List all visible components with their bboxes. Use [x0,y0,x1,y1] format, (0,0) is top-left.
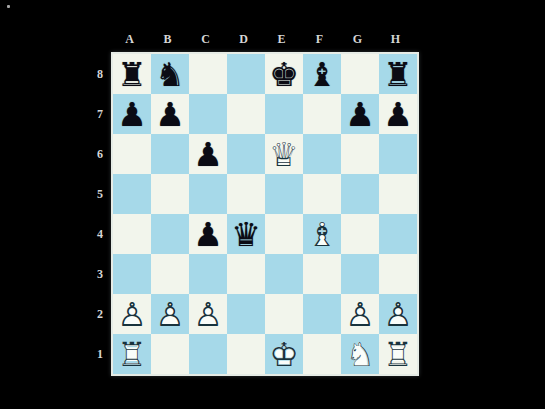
square-c7[interactable] [189,94,227,134]
square-f4[interactable]: ♝♗ [303,214,341,254]
square-d3[interactable] [227,254,265,294]
square-g8[interactable] [341,54,379,94]
square-f5[interactable] [303,174,341,214]
piece-white-pawn-g2[interactable]: ♟♙ [341,294,379,334]
file-label-g: G [339,31,377,47]
square-b3[interactable] [151,254,189,294]
black-piece-glyph: ♟ [113,94,151,134]
square-h3[interactable] [379,254,417,294]
piece-black-bishop-f8[interactable]: ♝ [303,54,341,94]
piece-white-pawn-a2[interactable]: ♟♙ [113,294,151,334]
white-piece-outline-glyph: ♕ [265,134,303,174]
square-e2[interactable] [265,294,303,334]
square-e1[interactable]: ♚♔ [265,334,303,374]
square-d2[interactable] [227,294,265,334]
square-g3[interactable] [341,254,379,294]
black-piece-glyph: ♜ [379,54,417,94]
square-d6[interactable] [227,134,265,174]
rank-labels: 87654321 [84,54,106,374]
file-label-b: B [149,31,187,47]
square-e7[interactable] [265,94,303,134]
black-piece-glyph: ♟ [151,94,189,134]
square-g5[interactable] [341,174,379,214]
piece-black-queen-d4[interactable]: ♛ [227,214,265,254]
square-a7[interactable]: ♟ [113,94,151,134]
white-piece-outline-glyph: ♙ [341,294,379,334]
rank-label-6: 6 [84,134,106,174]
file-label-h: H [377,31,415,47]
square-g1[interactable]: ♞♘ [341,334,379,374]
video-artifact-dot [7,5,10,8]
piece-white-pawn-c2[interactable]: ♟♙ [189,294,227,334]
rank-label-5: 5 [84,174,106,214]
piece-white-queen-e6[interactable]: ♛♕ [265,134,303,174]
square-b5[interactable] [151,174,189,214]
rank-label-4: 4 [84,214,106,254]
square-h6[interactable] [379,134,417,174]
square-b7[interactable]: ♟ [151,94,189,134]
square-d5[interactable] [227,174,265,214]
rank-label-3: 3 [84,254,106,294]
square-a3[interactable] [113,254,151,294]
square-b4[interactable] [151,214,189,254]
white-piece-outline-glyph: ♙ [113,294,151,334]
square-f8[interactable]: ♝ [303,54,341,94]
square-e4[interactable] [265,214,303,254]
piece-white-pawn-h2[interactable]: ♟♙ [379,294,417,334]
piece-black-pawn-c6[interactable]: ♟ [189,134,227,174]
white-piece-outline-glyph: ♔ [265,334,303,374]
piece-white-knight-g1[interactable]: ♞♘ [341,334,379,374]
square-c3[interactable] [189,254,227,294]
file-label-f: F [301,31,339,47]
square-e3[interactable] [265,254,303,294]
file-labels: ABCDEFGH [111,31,415,47]
square-f7[interactable] [303,94,341,134]
piece-white-bishop-f4[interactable]: ♝♗ [303,214,341,254]
piece-white-pawn-b2[interactable]: ♟♙ [151,294,189,334]
black-piece-glyph: ♟ [189,134,227,174]
black-piece-glyph: ♞ [151,54,189,94]
piece-black-pawn-g7[interactable]: ♟ [341,94,379,134]
square-h8[interactable]: ♜ [379,54,417,94]
square-e8[interactable]: ♚ [265,54,303,94]
square-e5[interactable] [265,174,303,214]
white-piece-outline-glyph: ♙ [379,294,417,334]
square-c6[interactable]: ♟ [189,134,227,174]
square-h7[interactable]: ♟ [379,94,417,134]
square-b2[interactable]: ♟♙ [151,294,189,334]
piece-black-pawn-h7[interactable]: ♟ [379,94,417,134]
piece-black-king-e8[interactable]: ♚ [265,54,303,94]
square-d1[interactable] [227,334,265,374]
video-frame: ABCDEFGH 87654321 ♜♞♚♝♜♟♟♟♟♟♛♕♟♛♝♗♟♙♟♙♟♙… [0,0,545,409]
square-g2[interactable]: ♟♙ [341,294,379,334]
square-a5[interactable] [113,174,151,214]
black-piece-glyph: ♟ [189,214,227,254]
square-h4[interactable] [379,214,417,254]
square-a8[interactable]: ♜ [113,54,151,94]
white-piece-outline-glyph: ♖ [379,334,417,374]
file-label-e: E [263,31,301,47]
piece-black-pawn-c4[interactable]: ♟ [189,214,227,254]
chess-board: ♜♞♚♝♜♟♟♟♟♟♛♕♟♛♝♗♟♙♟♙♟♙♟♙♟♙♜♖♚♔♞♘♜♖ [111,52,419,376]
square-d7[interactable] [227,94,265,134]
piece-black-rook-a8[interactable]: ♜ [113,54,151,94]
square-d4[interactable]: ♛ [227,214,265,254]
square-a2[interactable]: ♟♙ [113,294,151,334]
white-piece-outline-glyph: ♙ [189,294,227,334]
square-f3[interactable] [303,254,341,294]
square-h2[interactable]: ♟♙ [379,294,417,334]
square-c4[interactable]: ♟ [189,214,227,254]
rank-label-1: 1 [84,334,106,374]
black-piece-glyph: ♛ [227,214,265,254]
square-b8[interactable]: ♞ [151,54,189,94]
square-a1[interactable]: ♜♖ [113,334,151,374]
square-c2[interactable]: ♟♙ [189,294,227,334]
black-piece-glyph: ♟ [341,94,379,134]
black-piece-glyph: ♚ [265,54,303,94]
white-piece-outline-glyph: ♗ [303,214,341,254]
square-b1[interactable] [151,334,189,374]
square-c8[interactable] [189,54,227,94]
piece-black-rook-h8[interactable]: ♜ [379,54,417,94]
piece-white-king-e1[interactable]: ♚♔ [265,334,303,374]
white-piece-outline-glyph: ♘ [341,334,379,374]
piece-black-knight-b8[interactable]: ♞ [151,54,189,94]
square-a6[interactable] [113,134,151,174]
square-g7[interactable]: ♟ [341,94,379,134]
square-d8[interactable] [227,54,265,94]
square-g6[interactable] [341,134,379,174]
file-label-d: D [225,31,263,47]
piece-white-rook-h1[interactable]: ♜♖ [379,334,417,374]
white-piece-outline-glyph: ♖ [113,334,151,374]
white-piece-outline-glyph: ♙ [151,294,189,334]
square-a4[interactable] [113,214,151,254]
square-f1[interactable] [303,334,341,374]
file-label-a: A [111,31,149,47]
square-g4[interactable] [341,214,379,254]
square-e6[interactable]: ♛♕ [265,134,303,174]
piece-black-pawn-a7[interactable]: ♟ [113,94,151,134]
square-h1[interactable]: ♜♖ [379,334,417,374]
square-f2[interactable] [303,294,341,334]
square-c1[interactable] [189,334,227,374]
black-piece-glyph: ♟ [379,94,417,134]
black-piece-glyph: ♝ [303,54,341,94]
square-b6[interactable] [151,134,189,174]
rank-label-7: 7 [84,94,106,134]
rank-label-8: 8 [84,54,106,94]
black-piece-glyph: ♜ [113,54,151,94]
square-c5[interactable] [189,174,227,214]
piece-black-pawn-b7[interactable]: ♟ [151,94,189,134]
rank-label-2: 2 [84,294,106,334]
square-f6[interactable] [303,134,341,174]
file-label-c: C [187,31,225,47]
piece-white-rook-a1[interactable]: ♜♖ [113,334,151,374]
square-h5[interactable] [379,174,417,214]
